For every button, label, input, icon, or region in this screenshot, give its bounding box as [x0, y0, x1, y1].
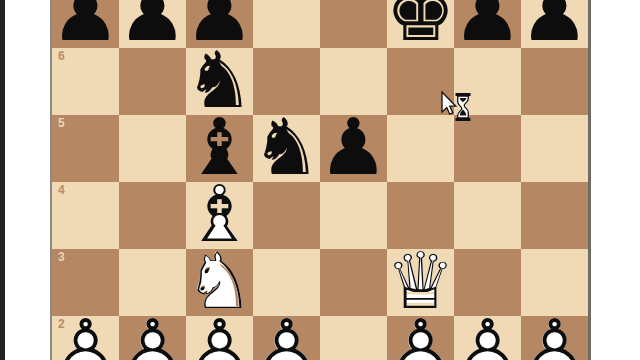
square-c2[interactable]: ♟♙: [186, 316, 253, 360]
square-f2[interactable]: ♟♙: [387, 316, 454, 360]
square-h4[interactable]: [521, 182, 588, 249]
chess-board: ♟♟♟♚♟♟6♞5♝♞♟4♝♗3♞♘♛♕2♟♙♟♙♟♙♟♙♟♙♟♙♟♙: [50, 0, 591, 360]
square-h6[interactable]: [521, 48, 588, 115]
rank-label-5: 5: [58, 117, 65, 129]
square-g2[interactable]: ♟♙: [454, 316, 521, 360]
square-a7[interactable]: ♟: [52, 0, 119, 48]
square-g7[interactable]: ♟: [454, 0, 521, 48]
square-g4[interactable]: [454, 182, 521, 249]
square-e4[interactable]: [320, 182, 387, 249]
square-h2[interactable]: ♟♙: [521, 316, 588, 360]
rank-label-3: 3: [58, 251, 65, 263]
black-pawn[interactable]: ♟: [521, 0, 588, 48]
black-king[interactable]: ♚: [387, 0, 454, 48]
black-pawn[interactable]: ♟: [52, 0, 119, 48]
rank-label-6: 6: [58, 50, 65, 62]
square-f6[interactable]: [387, 48, 454, 115]
square-d5[interactable]: ♞: [253, 115, 320, 182]
white-pawn[interactable]: ♟♙: [119, 316, 186, 360]
square-d7[interactable]: [253, 0, 320, 48]
page-background: { "game": "chess", "window": { "backgrou…: [0, 0, 640, 360]
square-a6[interactable]: 6: [52, 48, 119, 115]
left-edge-line: [0, 0, 5, 360]
black-knight[interactable]: ♞: [253, 115, 320, 182]
square-d4[interactable]: [253, 182, 320, 249]
square-b4[interactable]: [119, 182, 186, 249]
black-pawn[interactable]: ♟: [119, 0, 186, 48]
square-b7[interactable]: ♟: [119, 0, 186, 48]
white-pawn[interactable]: ♟♙: [52, 316, 119, 360]
square-h7[interactable]: ♟: [521, 0, 588, 48]
white-pawn[interactable]: ♟♙: [521, 316, 588, 360]
white-pawn[interactable]: ♟♙: [454, 316, 521, 360]
white-pawn[interactable]: ♟♙: [387, 316, 454, 360]
square-g5[interactable]: [454, 115, 521, 182]
square-f7[interactable]: ♚: [387, 0, 454, 48]
black-pawn[interactable]: ♟: [320, 115, 387, 182]
square-a4[interactable]: 4: [52, 182, 119, 249]
square-a2[interactable]: 2♟♙: [52, 316, 119, 360]
square-e5[interactable]: ♟: [320, 115, 387, 182]
rank-label-4: 4: [58, 184, 65, 196]
square-h5[interactable]: [521, 115, 588, 182]
square-b5[interactable]: [119, 115, 186, 182]
square-d2[interactable]: ♟♙: [253, 316, 320, 360]
square-e7[interactable]: [320, 0, 387, 48]
square-e3[interactable]: [320, 249, 387, 316]
black-pawn[interactable]: ♟: [454, 0, 521, 48]
white-pawn[interactable]: ♟♙: [186, 316, 253, 360]
white-pawn[interactable]: ♟♙: [253, 316, 320, 360]
square-f5[interactable]: [387, 115, 454, 182]
square-a5[interactable]: 5: [52, 115, 119, 182]
square-g6[interactable]: [454, 48, 521, 115]
square-b6[interactable]: [119, 48, 186, 115]
square-b2[interactable]: ♟♙: [119, 316, 186, 360]
square-e2[interactable]: [320, 316, 387, 360]
